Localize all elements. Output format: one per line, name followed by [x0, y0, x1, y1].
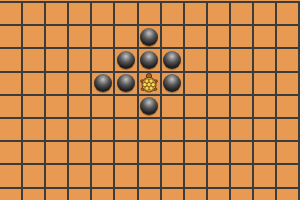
- board-cell[interactable]: [277, 189, 298, 201]
- board-cell[interactable]: [92, 73, 113, 94]
- board-cell[interactable]: [185, 3, 206, 24]
- black-stone: [163, 74, 181, 92]
- board-cell[interactable]: [254, 189, 275, 201]
- board-cell[interactable]: [69, 49, 90, 70]
- board-cell[interactable]: [23, 26, 44, 47]
- board-cell[interactable]: [92, 165, 113, 186]
- board-cell[interactable]: [0, 142, 21, 163]
- board-cell[interactable]: [69, 26, 90, 47]
- board-cell[interactable]: [0, 26, 21, 47]
- board-cell[interactable]: [139, 73, 160, 94]
- board-cell[interactable]: [277, 73, 298, 94]
- turtle-piece: [140, 73, 158, 93]
- board-cell[interactable]: [162, 49, 183, 70]
- board-cell[interactable]: [254, 26, 275, 47]
- board-cell[interactable]: [231, 3, 252, 24]
- board-cell[interactable]: [185, 96, 206, 117]
- board-cell[interactable]: [208, 165, 229, 186]
- board-cell[interactable]: [0, 165, 21, 186]
- board-cell[interactable]: [92, 96, 113, 117]
- board-cell[interactable]: [185, 26, 206, 47]
- board-cell[interactable]: [115, 165, 136, 186]
- black-stone: [117, 51, 135, 69]
- board-cell[interactable]: [162, 96, 183, 117]
- board-cell[interactable]: [139, 96, 160, 117]
- black-stone: [140, 28, 158, 46]
- board-cell[interactable]: [0, 96, 21, 117]
- board-grid: [0, 1, 300, 200]
- board-cell[interactable]: [254, 96, 275, 117]
- board-cell[interactable]: [208, 96, 229, 117]
- board-cell[interactable]: [254, 165, 275, 186]
- black-stone: [140, 51, 158, 69]
- board-cell[interactable]: [208, 142, 229, 163]
- board-cell[interactable]: [69, 142, 90, 163]
- board-cell[interactable]: [185, 73, 206, 94]
- board-cell[interactable]: [162, 3, 183, 24]
- board-cell[interactable]: [254, 49, 275, 70]
- black-stone: [163, 51, 181, 69]
- board-cell[interactable]: [185, 119, 206, 140]
- board-cell[interactable]: [254, 73, 275, 94]
- board-cell[interactable]: [208, 49, 229, 70]
- board-cell[interactable]: [208, 119, 229, 140]
- board-cell[interactable]: [23, 165, 44, 186]
- board-cell[interactable]: [162, 26, 183, 47]
- board-cell[interactable]: [139, 3, 160, 24]
- board-cell[interactable]: [162, 142, 183, 163]
- board-cell[interactable]: [277, 165, 298, 186]
- board-cell[interactable]: [139, 189, 160, 201]
- board-cell[interactable]: [231, 73, 252, 94]
- board-cell[interactable]: [69, 119, 90, 140]
- board-cell[interactable]: [23, 96, 44, 117]
- board-cell[interactable]: [231, 142, 252, 163]
- board-cell[interactable]: [277, 119, 298, 140]
- board-cell[interactable]: [208, 3, 229, 24]
- board-cell[interactable]: [23, 3, 44, 24]
- board-cell[interactable]: [115, 96, 136, 117]
- board-cell[interactable]: [254, 142, 275, 163]
- board-cell[interactable]: [231, 119, 252, 140]
- board-cell[interactable]: [115, 49, 136, 70]
- board-cell[interactable]: [185, 142, 206, 163]
- board-cell[interactable]: [0, 49, 21, 70]
- game-screen: [0, 0, 300, 200]
- board-cell[interactable]: [69, 189, 90, 201]
- board-cell[interactable]: [231, 189, 252, 201]
- board-cell[interactable]: [277, 142, 298, 163]
- board-cell[interactable]: [208, 26, 229, 47]
- board-cell[interactable]: [139, 165, 160, 186]
- board-cell[interactable]: [231, 96, 252, 117]
- board-cell[interactable]: [46, 165, 67, 186]
- black-stone: [94, 74, 112, 92]
- board-cell[interactable]: [277, 96, 298, 117]
- board-cell[interactable]: [277, 26, 298, 47]
- board-cell[interactable]: [23, 119, 44, 140]
- board-cell[interactable]: [92, 189, 113, 201]
- board-cell[interactable]: [208, 73, 229, 94]
- turtle-icon: [140, 73, 158, 93]
- board-cell[interactable]: [115, 26, 136, 47]
- board-cell[interactable]: [23, 142, 44, 163]
- board-cell[interactable]: [46, 119, 67, 140]
- board-cell[interactable]: [46, 189, 67, 201]
- board-cell[interactable]: [23, 73, 44, 94]
- board-cell[interactable]: [185, 49, 206, 70]
- board-cell[interactable]: [254, 3, 275, 24]
- board-cell[interactable]: [277, 49, 298, 70]
- board-cell[interactable]: [92, 49, 113, 70]
- board-cell[interactable]: [46, 3, 67, 24]
- board-cell[interactable]: [0, 73, 21, 94]
- board-cell[interactable]: [69, 3, 90, 24]
- board-cell[interactable]: [23, 49, 44, 70]
- board-cell[interactable]: [46, 49, 67, 70]
- board-cell[interactable]: [139, 26, 160, 47]
- board-cell[interactable]: [185, 189, 206, 201]
- board-cell[interactable]: [46, 96, 67, 117]
- board-cell[interactable]: [92, 119, 113, 140]
- board-cell[interactable]: [69, 73, 90, 94]
- board-cell[interactable]: [23, 189, 44, 201]
- board-cell[interactable]: [254, 119, 275, 140]
- board-cell[interactable]: [0, 3, 21, 24]
- board-cell[interactable]: [231, 26, 252, 47]
- board-cell[interactable]: [115, 189, 136, 201]
- board-cell[interactable]: [115, 142, 136, 163]
- board-cell[interactable]: [69, 96, 90, 117]
- board-cell[interactable]: [115, 73, 136, 94]
- black-stone: [117, 74, 135, 92]
- board-cell[interactable]: [92, 142, 113, 163]
- board-cell[interactable]: [139, 49, 160, 70]
- board-cell[interactable]: [162, 189, 183, 201]
- board-cell[interactable]: [115, 3, 136, 24]
- board-cell[interactable]: [92, 3, 113, 24]
- board-cell[interactable]: [46, 142, 67, 163]
- board-cell[interactable]: [139, 142, 160, 163]
- board-cell[interactable]: [139, 119, 160, 140]
- black-stone: [140, 97, 158, 115]
- board-cell[interactable]: [92, 26, 113, 47]
- board-cell[interactable]: [69, 165, 90, 186]
- board-cell[interactable]: [185, 165, 206, 186]
- board-cell[interactable]: [208, 189, 229, 201]
- board-cell[interactable]: [162, 119, 183, 140]
- board-cell[interactable]: [162, 73, 183, 94]
- board-cell[interactable]: [46, 73, 67, 94]
- board-cell[interactable]: [0, 189, 21, 201]
- board-cell[interactable]: [231, 49, 252, 70]
- board-cell[interactable]: [231, 165, 252, 186]
- board-cell[interactable]: [277, 3, 298, 24]
- board-cell[interactable]: [162, 165, 183, 186]
- board-cell[interactable]: [0, 119, 21, 140]
- board-cell[interactable]: [115, 119, 136, 140]
- board-cell[interactable]: [46, 26, 67, 47]
